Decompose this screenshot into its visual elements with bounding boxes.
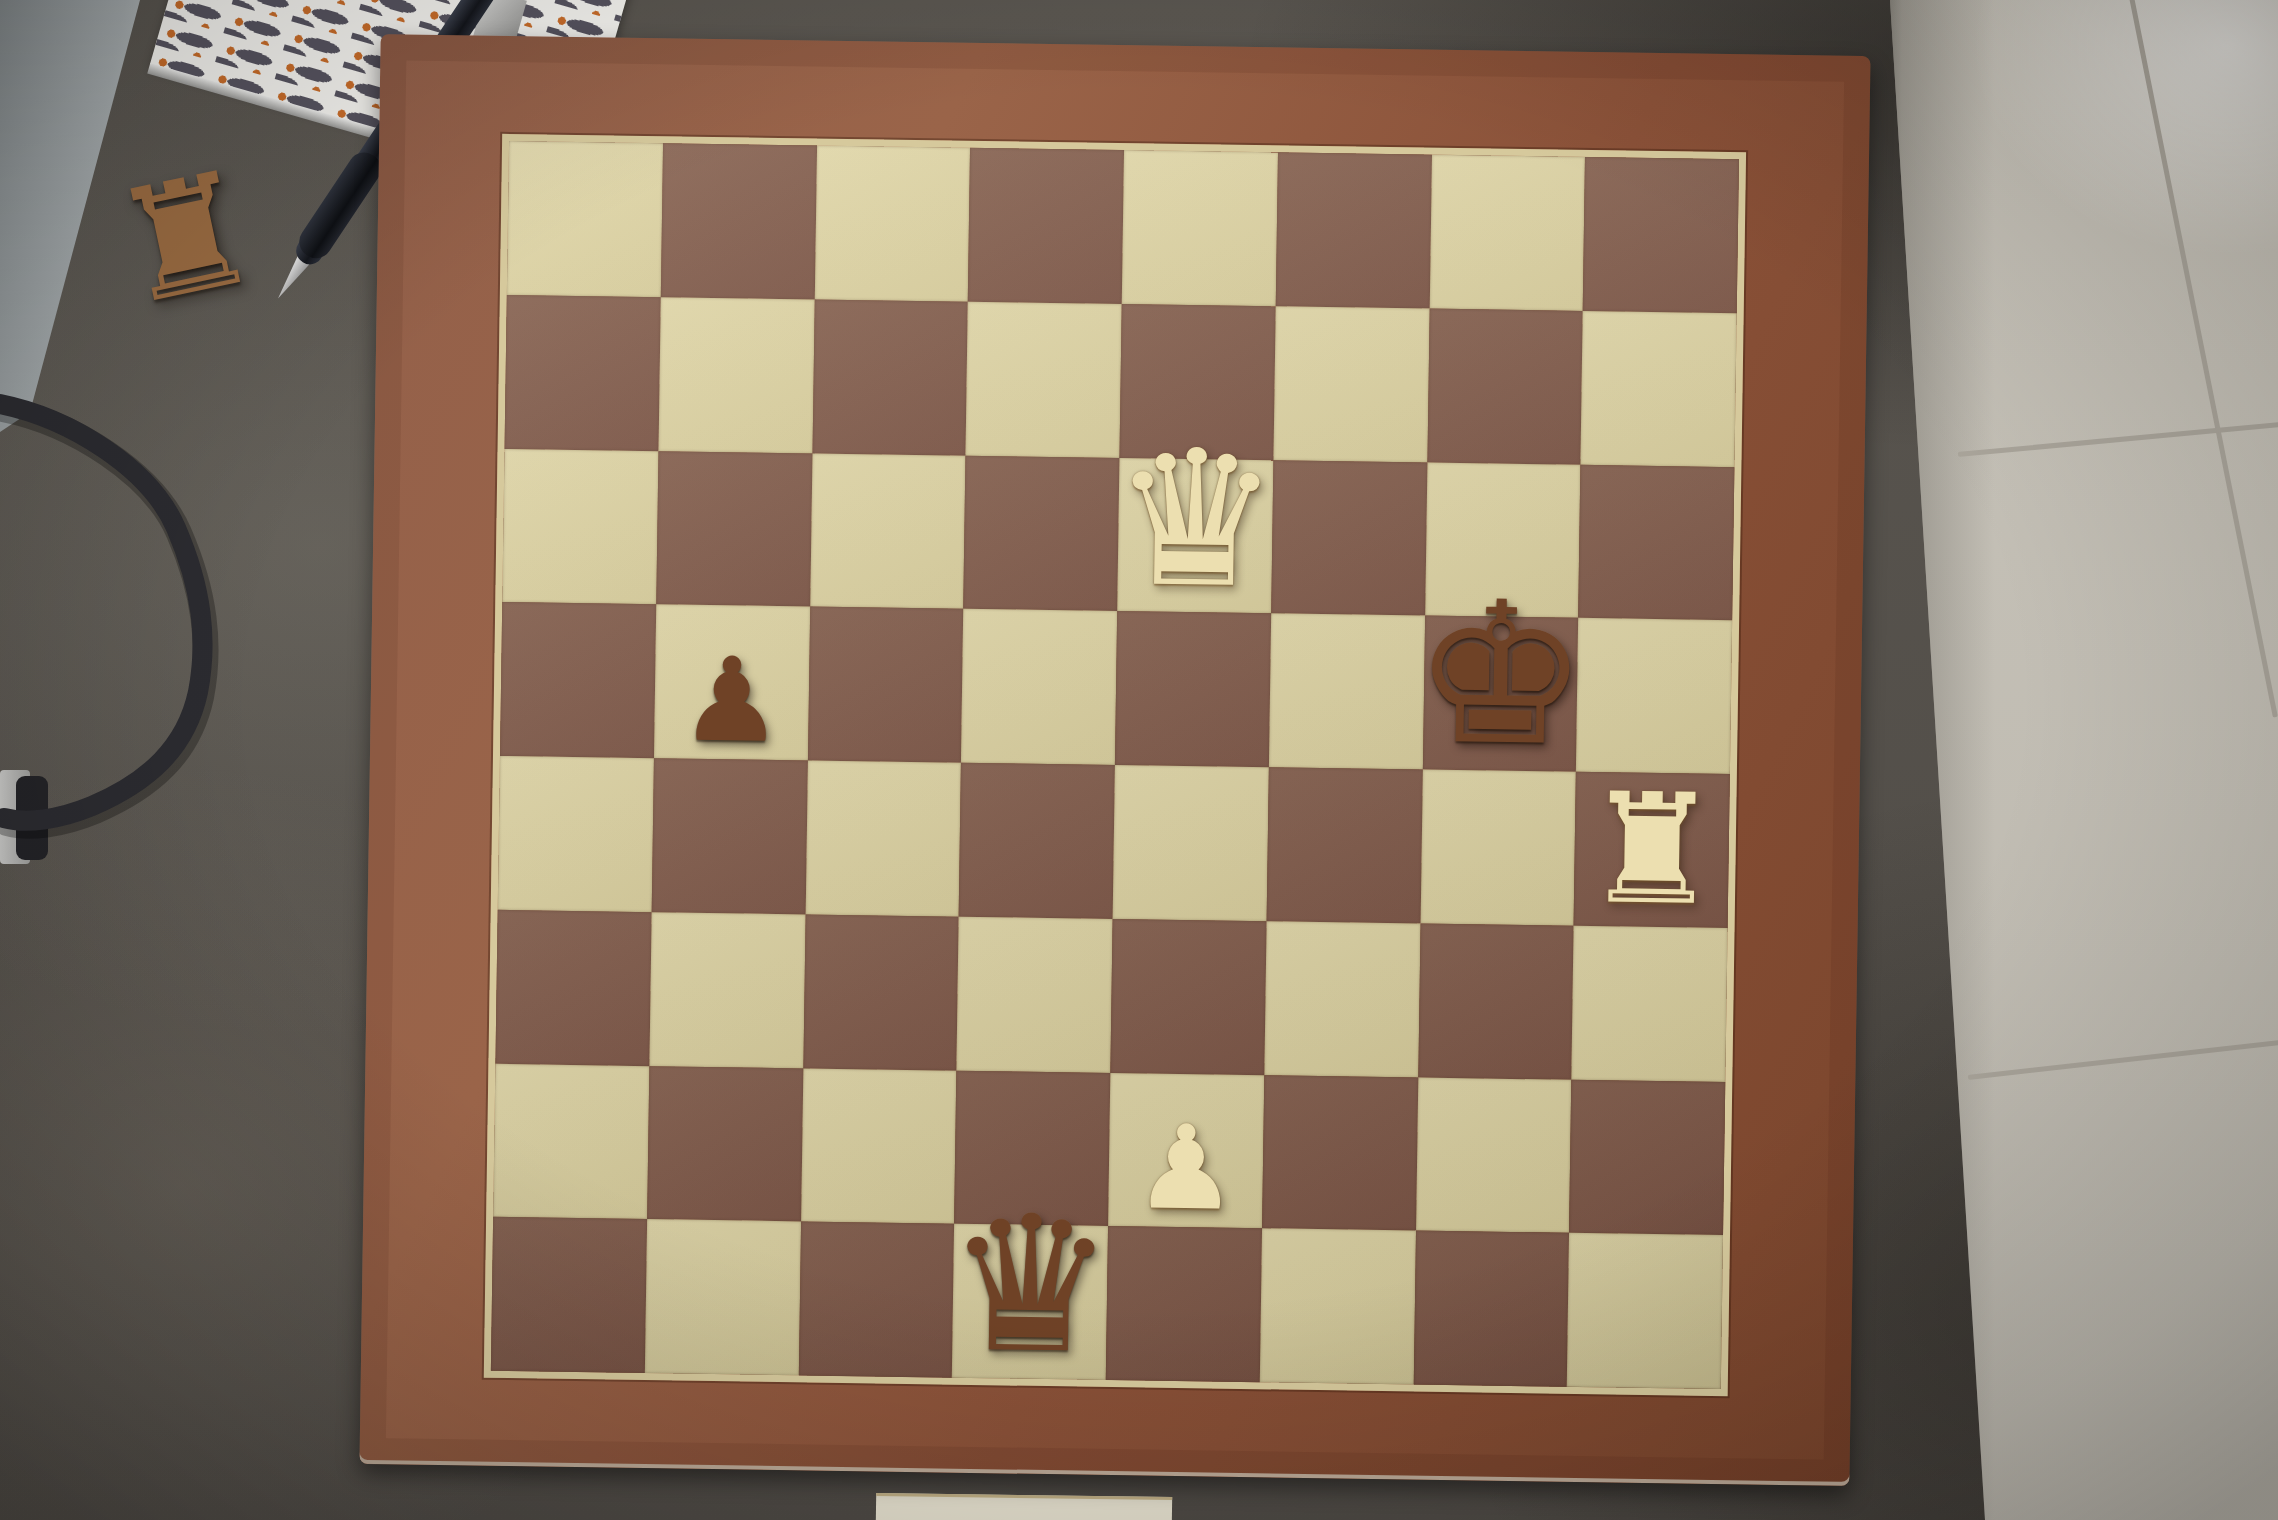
square-d4[interactable] <box>959 763 1115 919</box>
square-f8[interactable] <box>1276 152 1432 308</box>
square-e8[interactable] <box>1122 150 1278 306</box>
square-a5[interactable] <box>500 602 656 758</box>
square-b7[interactable] <box>658 297 814 453</box>
square-c1[interactable] <box>798 1222 954 1378</box>
square-h1[interactable] <box>1567 1233 1723 1389</box>
piece-black-queen-d1[interactable]: ♛ <box>945 1195 1116 1376</box>
square-h6[interactable] <box>1578 464 1734 620</box>
square-c5[interactable] <box>807 607 963 763</box>
square-a1[interactable] <box>491 1217 647 1373</box>
square-d1[interactable]: ♛ <box>952 1224 1108 1380</box>
square-e5[interactable] <box>1115 611 1271 767</box>
piece-black-pawn-b5[interactable]: ♟ <box>679 644 785 756</box>
piece-white-queen-e6[interactable]: ♛ <box>1110 429 1281 610</box>
square-e2[interactable]: ♟ <box>1108 1072 1264 1228</box>
square-h7[interactable] <box>1581 311 1737 467</box>
square-e1[interactable] <box>1106 1226 1262 1382</box>
square-g4[interactable] <box>1420 770 1576 926</box>
square-h5[interactable] <box>1576 618 1732 774</box>
piece-white-pawn-e2[interactable]: ♟ <box>1133 1112 1239 1224</box>
square-d5[interactable] <box>961 609 1117 765</box>
square-b2[interactable] <box>647 1066 803 1222</box>
chess-board: ♛♟♚♜♟♛ <box>359 34 1870 1486</box>
square-h8[interactable] <box>1583 157 1739 313</box>
square-f1[interactable] <box>1260 1228 1416 1384</box>
square-e6[interactable]: ♛ <box>1117 458 1273 614</box>
square-f2[interactable] <box>1262 1075 1418 1231</box>
piece-white-rook-h4[interactable]: ♜ <box>1583 777 1721 923</box>
square-a2[interactable] <box>493 1063 649 1219</box>
square-d8[interactable] <box>968 148 1124 304</box>
square-b1[interactable] <box>645 1219 801 1375</box>
board-playing-area: ♛♟♚♜♟♛ <box>484 134 1746 1396</box>
square-b6[interactable] <box>656 451 812 607</box>
square-c8[interactable] <box>814 146 970 302</box>
square-a3[interactable] <box>495 910 651 1066</box>
board-grid: ♛♟♚♜♟♛ <box>491 141 1739 1389</box>
square-a6[interactable] <box>502 448 658 604</box>
square-f7[interactable] <box>1273 306 1429 462</box>
square-g1[interactable] <box>1413 1231 1569 1387</box>
square-e4[interactable] <box>1113 765 1269 921</box>
square-f3[interactable] <box>1264 921 1420 1077</box>
piece-black-king-g5[interactable]: ♚ <box>1411 579 1589 768</box>
square-b4[interactable] <box>651 758 807 914</box>
square-b8[interactable] <box>661 143 817 299</box>
square-d7[interactable] <box>966 302 1122 458</box>
square-a4[interactable] <box>498 756 654 912</box>
square-c6[interactable] <box>810 453 966 609</box>
square-d6[interactable] <box>963 455 1119 611</box>
square-b5[interactable]: ♟ <box>654 604 810 760</box>
square-f4[interactable] <box>1266 767 1422 923</box>
square-f6[interactable] <box>1271 460 1427 616</box>
photo-scene: ♜ ♛♟♚♜♟♛ <box>0 0 2278 1520</box>
square-e3[interactable] <box>1110 919 1266 1075</box>
square-c2[interactable] <box>801 1068 957 1224</box>
square-a7[interactable] <box>505 295 661 451</box>
square-f5[interactable] <box>1269 614 1425 770</box>
square-g5[interactable]: ♚ <box>1422 616 1578 772</box>
square-g3[interactable] <box>1418 923 1574 1079</box>
square-g8[interactable] <box>1429 155 1585 311</box>
square-d3[interactable] <box>957 916 1113 1072</box>
square-g7[interactable] <box>1427 308 1583 464</box>
square-c7[interactable] <box>812 299 968 455</box>
square-b3[interactable] <box>649 912 805 1068</box>
square-h4[interactable]: ♜ <box>1574 772 1730 928</box>
square-a8[interactable] <box>507 141 663 297</box>
square-c3[interactable] <box>803 914 959 1070</box>
square-c4[interactable] <box>805 760 961 916</box>
square-h2[interactable] <box>1569 1079 1725 1235</box>
square-g2[interactable] <box>1416 1077 1572 1233</box>
square-h3[interactable] <box>1572 926 1728 1082</box>
